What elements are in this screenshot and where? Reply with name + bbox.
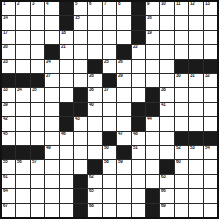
clue-number-36: 36 [89, 88, 93, 92]
cell-2-14[interactable] [204, 31, 217, 44]
cell-12-14[interactable] [204, 175, 217, 188]
clue-number-52: 52 [176, 146, 180, 150]
cell-5-4[interactable] [60, 74, 73, 87]
cell-10-10[interactable] [146, 146, 159, 159]
black-cell-10-0 [2, 146, 15, 159]
cell-11-5[interactable] [74, 160, 87, 173]
black-cell-5-1 [16, 74, 29, 87]
cell-12-6[interactable]: 62 [88, 175, 101, 188]
cell-11-4[interactable] [60, 160, 73, 173]
cell-14-4[interactable] [60, 204, 73, 217]
cell-8-10[interactable]: 44 [146, 117, 159, 130]
cell-3-2[interactable] [31, 45, 44, 58]
black-cell-4-13 [189, 60, 202, 73]
cell-1-2[interactable] [31, 16, 44, 29]
cell-5-14[interactable]: 32 [204, 74, 217, 87]
cell-5-6[interactable]: 28 [88, 74, 101, 87]
clue-number-20: 20 [3, 45, 7, 49]
cell-5-9[interactable] [132, 74, 145, 87]
cell-9-3[interactable] [45, 132, 58, 145]
clue-number-14: 14 [3, 16, 7, 20]
cell-1-10[interactable]: 16 [146, 16, 159, 29]
cell-7-6[interactable]: 40 [88, 103, 101, 116]
cell-11-0[interactable]: 55 [2, 160, 15, 173]
cell-12-2[interactable] [31, 175, 44, 188]
cell-9-8[interactable]: 47 [117, 132, 130, 145]
clue-number-32: 32 [205, 74, 209, 78]
black-cell-9-13 [189, 132, 202, 145]
black-cell-8-9 [132, 117, 145, 130]
cell-13-4[interactable] [60, 189, 73, 202]
cell-2-4[interactable]: 18 [60, 31, 73, 44]
clue-number-53: 53 [190, 146, 194, 150]
cell-1-6[interactable] [88, 16, 101, 29]
cell-0-13[interactable]: 12 [189, 2, 202, 15]
cell-3-13[interactable] [189, 45, 202, 58]
black-cell-9-14 [204, 132, 217, 145]
cell-2-3[interactable] [45, 31, 58, 44]
cell-14-6[interactable]: 68 [88, 204, 101, 217]
cell-14-8[interactable] [117, 204, 130, 217]
clue-number-31: 31 [190, 74, 194, 78]
clue-number-12: 12 [190, 2, 194, 6]
cell-2-10[interactable]: 19 [146, 31, 159, 44]
clue-number-34: 34 [17, 88, 21, 92]
cell-5-5[interactable] [74, 74, 87, 87]
black-cell-10-8 [117, 146, 130, 159]
cell-14-2[interactable] [31, 204, 44, 217]
cell-5-13[interactable]: 31 [189, 74, 202, 87]
cell-6-13[interactable] [189, 88, 202, 101]
cell-11-7[interactable]: 58 [103, 160, 116, 173]
clue-number-22: 22 [133, 45, 137, 49]
cell-9-4[interactable]: 46 [60, 132, 73, 145]
clue-number-9: 9 [147, 2, 149, 6]
cell-8-6[interactable] [88, 117, 101, 130]
cell-13-12[interactable] [175, 189, 188, 202]
cell-9-10[interactable] [146, 132, 159, 145]
black-cell-12-5 [74, 175, 87, 188]
clue-number-6: 6 [89, 2, 91, 6]
cell-8-8[interactable] [117, 117, 130, 130]
cell-8-7[interactable] [103, 117, 116, 130]
clue-number-46: 46 [61, 132, 65, 136]
clue-number-62: 62 [89, 175, 93, 179]
cell-12-8[interactable] [117, 175, 130, 188]
cell-0-10[interactable]: 9 [146, 2, 159, 15]
cell-7-7[interactable] [103, 103, 116, 116]
clue-number-65: 65 [89, 189, 93, 193]
cell-3-7[interactable] [103, 45, 116, 58]
cell-10-5[interactable] [74, 146, 87, 159]
cell-13-1[interactable] [16, 189, 29, 202]
cell-6-0[interactable]: 33 [2, 88, 15, 101]
clue-number-11: 11 [176, 2, 180, 6]
clue-number-35: 35 [32, 88, 36, 92]
clue-number-5: 5 [75, 2, 77, 6]
clue-number-29: 29 [118, 74, 122, 78]
cell-11-3[interactable] [45, 160, 58, 173]
cell-4-4[interactable] [60, 60, 73, 73]
clue-number-61: 61 [3, 175, 7, 179]
cell-8-3[interactable] [45, 117, 58, 130]
cell-4-1[interactable] [16, 60, 29, 73]
black-cell-13-5 [74, 189, 87, 202]
cell-2-5[interactable] [74, 31, 87, 44]
black-cell-7-5 [74, 103, 87, 116]
cell-9-2[interactable] [31, 132, 44, 145]
cell-4-10[interactable] [146, 60, 159, 73]
clue-number-54: 54 [205, 146, 209, 150]
cell-13-2[interactable] [31, 189, 44, 202]
cell-10-3[interactable]: 49 [45, 146, 58, 159]
cell-13-14[interactable] [204, 189, 217, 202]
cell-0-5[interactable]: 5 [74, 2, 87, 15]
cell-12-4[interactable] [60, 175, 73, 188]
cell-5-8[interactable]: 29 [117, 74, 130, 87]
clue-number-55: 55 [3, 160, 7, 164]
cell-12-11[interactable]: 63 [160, 175, 173, 188]
cell-13-13[interactable] [189, 189, 202, 202]
cell-7-13[interactable] [189, 103, 202, 116]
cell-9-9[interactable]: 48 [132, 132, 145, 145]
cell-6-3[interactable] [45, 88, 58, 101]
cell-1-14[interactable] [204, 16, 217, 29]
cell-2-11[interactable] [160, 31, 173, 44]
black-cell-0-4 [60, 2, 73, 15]
black-cell-10-1 [16, 146, 29, 159]
clue-number-43: 43 [75, 117, 79, 121]
cell-9-5[interactable] [74, 132, 87, 145]
cell-1-12[interactable] [175, 16, 188, 29]
clue-number-56: 56 [17, 160, 21, 164]
black-cell-4-12 [175, 60, 188, 73]
cell-1-3[interactable] [45, 16, 58, 29]
clue-number-42: 42 [3, 117, 7, 121]
black-cell-6-10 [146, 88, 159, 101]
cell-11-1[interactable]: 56 [16, 160, 29, 173]
cell-2-1[interactable] [16, 31, 29, 44]
clue-number-47: 47 [118, 132, 122, 136]
cell-2-0[interactable]: 17 [2, 31, 15, 44]
cell-12-0[interactable]: 61 [2, 175, 15, 188]
clue-number-45: 45 [3, 132, 7, 136]
cell-11-14[interactable] [204, 160, 217, 173]
clue-number-21: 21 [61, 45, 65, 49]
cell-12-7[interactable] [103, 175, 116, 188]
cell-1-11[interactable] [160, 16, 173, 29]
cell-14-14[interactable] [204, 204, 217, 217]
cell-4-0[interactable]: 23 [2, 60, 15, 73]
clue-number-66: 66 [161, 189, 165, 193]
cell-13-11[interactable]: 66 [160, 189, 173, 202]
cell-6-1[interactable]: 34 [16, 88, 29, 101]
cell-1-7[interactable] [103, 16, 116, 29]
cell-5-11[interactable] [160, 74, 173, 87]
cell-10-4[interactable] [60, 146, 73, 159]
black-cell-13-10 [146, 189, 159, 202]
cell-3-5[interactable] [74, 45, 87, 58]
cell-6-6[interactable]: 36 [88, 88, 101, 101]
cell-1-5[interactable]: 15 [74, 16, 87, 29]
crossword-puzzle: 1234567891011121314151617181920212223242… [0, 0, 219, 219]
cell-7-11[interactable]: 41 [160, 103, 173, 116]
cell-4-3[interactable]: 24 [45, 60, 58, 73]
cell-0-8[interactable]: 8 [117, 2, 130, 15]
cell-7-3[interactable] [45, 103, 58, 116]
cell-4-8[interactable]: 26 [117, 60, 130, 73]
clue-number-23: 23 [3, 60, 7, 64]
cell-1-8[interactable] [117, 16, 130, 29]
cell-9-1[interactable] [16, 132, 29, 145]
cell-14-11[interactable]: 69 [160, 204, 173, 217]
clue-number-8: 8 [118, 2, 120, 6]
cell-9-6[interactable] [88, 132, 101, 145]
clue-number-38: 38 [161, 88, 165, 92]
clue-number-3: 3 [32, 2, 34, 6]
cell-5-12[interactable]: 30 [175, 74, 188, 87]
clue-number-33: 33 [3, 88, 7, 92]
black-cell-9-7 [103, 132, 116, 145]
black-cell-11-11 [160, 160, 173, 173]
clue-number-63: 63 [161, 175, 165, 179]
cell-9-11[interactable] [160, 132, 173, 145]
cell-1-13[interactable] [189, 16, 202, 29]
clue-number-24: 24 [46, 60, 50, 64]
cell-10-13[interactable]: 53 [189, 146, 202, 159]
cell-9-0[interactable]: 45 [2, 132, 15, 145]
black-cell-10-2 [31, 146, 44, 159]
cell-13-7[interactable] [103, 189, 116, 202]
cell-2-8[interactable] [117, 31, 130, 44]
cell-6-2[interactable]: 35 [31, 88, 44, 101]
cell-7-1[interactable] [16, 103, 29, 116]
cell-0-14[interactable]: 13 [204, 2, 217, 15]
cell-4-11[interactable] [160, 60, 173, 73]
cell-7-2[interactable] [31, 103, 44, 116]
black-cell-7-9 [132, 103, 145, 116]
cell-12-1[interactable] [16, 175, 29, 188]
cell-6-12[interactable] [175, 88, 188, 101]
clue-number-50: 50 [104, 146, 108, 150]
cell-6-4[interactable] [60, 88, 73, 101]
clue-number-41: 41 [161, 103, 165, 107]
cell-12-3[interactable] [45, 175, 58, 188]
cell-14-3[interactable] [45, 204, 58, 217]
cell-12-12[interactable] [175, 175, 188, 188]
cell-2-12[interactable] [175, 31, 188, 44]
clue-number-16: 16 [147, 16, 151, 20]
black-cell-3-3 [45, 45, 58, 58]
cell-2-2[interactable] [31, 31, 44, 44]
cell-7-12[interactable] [175, 103, 188, 116]
cell-2-13[interactable] [189, 31, 202, 44]
cell-3-11[interactable] [160, 45, 173, 58]
clue-number-18: 18 [61, 31, 65, 35]
cell-8-1[interactable] [16, 117, 29, 130]
cell-10-14[interactable]: 54 [204, 146, 217, 159]
cell-10-11[interactable] [160, 146, 173, 159]
cell-3-0[interactable]: 20 [2, 45, 15, 58]
cell-3-12[interactable] [175, 45, 188, 58]
cell-10-6[interactable] [88, 146, 101, 159]
cell-4-9[interactable] [132, 60, 145, 73]
cell-0-7[interactable]: 7 [103, 2, 116, 15]
cell-14-1[interactable] [16, 204, 29, 217]
clue-number-49: 49 [46, 146, 50, 150]
black-cell-7-4 [60, 103, 73, 116]
cell-5-3[interactable]: 27 [45, 74, 58, 87]
cell-11-10[interactable] [146, 160, 159, 173]
cell-12-13[interactable] [189, 175, 202, 188]
cell-8-13[interactable] [189, 117, 202, 130]
cell-4-2[interactable] [31, 60, 44, 73]
cell-1-1[interactable] [16, 16, 29, 29]
clue-number-39: 39 [3, 103, 7, 107]
cell-14-7[interactable] [103, 204, 116, 217]
cell-10-9[interactable]: 51 [132, 146, 145, 159]
cell-14-0[interactable]: 67 [2, 204, 15, 217]
clue-number-17: 17 [3, 31, 7, 35]
cell-3-1[interactable] [16, 45, 29, 58]
clue-number-59: 59 [118, 160, 122, 164]
black-cell-4-14 [204, 60, 217, 73]
clue-number-44: 44 [147, 117, 151, 121]
cell-14-13[interactable] [189, 204, 202, 217]
cell-6-7[interactable]: 37 [103, 88, 116, 101]
cell-10-12[interactable]: 52 [175, 146, 188, 159]
cell-13-0[interactable]: 64 [2, 189, 15, 202]
clue-number-2: 2 [17, 2, 19, 6]
clue-number-48: 48 [133, 132, 137, 136]
cell-3-10[interactable] [146, 45, 159, 58]
cell-13-8[interactable] [117, 189, 130, 202]
cell-0-1[interactable]: 2 [16, 2, 29, 15]
cell-10-7[interactable]: 50 [103, 146, 116, 159]
cell-4-7[interactable]: 25 [103, 60, 116, 73]
cell-0-0[interactable]: 1 [2, 2, 15, 15]
black-cell-3-8 [117, 45, 130, 58]
cell-11-9[interactable] [132, 160, 145, 173]
cell-4-5[interactable] [74, 60, 87, 73]
cell-3-14[interactable] [204, 45, 217, 58]
clue-number-15: 15 [75, 16, 79, 20]
black-cell-0-9 [132, 2, 145, 15]
cell-0-11[interactable]: 10 [160, 2, 173, 15]
cell-0-3[interactable]: 4 [45, 2, 58, 15]
cell-11-8[interactable]: 59 [117, 160, 130, 173]
clue-number-30: 30 [176, 74, 180, 78]
clue-number-26: 26 [118, 60, 122, 64]
cell-8-2[interactable] [31, 117, 44, 130]
clue-number-1: 1 [3, 2, 5, 6]
cell-0-6[interactable]: 6 [88, 2, 101, 15]
clue-number-37: 37 [104, 88, 108, 92]
cell-7-0[interactable]: 39 [2, 103, 15, 116]
black-cell-14-5 [74, 204, 87, 217]
clue-number-27: 27 [46, 74, 50, 78]
clue-number-28: 28 [89, 74, 93, 78]
clue-number-57: 57 [32, 160, 36, 164]
cell-8-14[interactable] [204, 117, 217, 130]
cell-14-9[interactable] [132, 204, 145, 217]
cell-11-12[interactable]: 60 [175, 160, 188, 173]
clue-number-25: 25 [104, 60, 108, 64]
cell-6-8[interactable] [117, 88, 130, 101]
black-cell-14-10 [146, 204, 159, 217]
clue-number-4: 4 [46, 2, 48, 6]
black-cell-6-5 [74, 88, 87, 101]
clue-number-19: 19 [147, 31, 151, 35]
clue-number-67: 67 [3, 204, 7, 208]
clue-number-7: 7 [104, 2, 106, 6]
clue-number-69: 69 [161, 204, 165, 208]
cell-3-4[interactable]: 21 [60, 45, 73, 58]
clue-number-40: 40 [89, 103, 93, 107]
black-cell-7-10 [146, 103, 159, 116]
cell-11-2[interactable]: 57 [31, 160, 44, 173]
cell-8-5[interactable]: 43 [74, 117, 87, 130]
cell-6-11[interactable]: 38 [160, 88, 173, 101]
black-cell-5-0 [2, 74, 15, 87]
cell-12-9[interactable] [132, 175, 145, 188]
cell-13-6[interactable]: 65 [88, 189, 101, 202]
black-cell-4-6 [88, 60, 101, 73]
clue-number-51: 51 [133, 146, 137, 150]
crossword-grid: 1234567891011121314151617181920212223242… [0, 0, 219, 219]
cell-12-10[interactable] [146, 175, 159, 188]
black-cell-8-4 [60, 117, 73, 130]
black-cell-1-4 [60, 16, 73, 29]
cell-6-14[interactable] [204, 88, 217, 101]
cell-8-12[interactable] [175, 117, 188, 130]
clue-number-64: 64 [3, 189, 7, 193]
cell-0-12[interactable]: 11 [175, 2, 188, 15]
cell-8-0[interactable]: 42 [2, 117, 15, 130]
cell-8-11[interactable] [160, 117, 173, 130]
cell-3-9[interactable]: 22 [132, 45, 145, 58]
cell-2-7[interactable] [103, 31, 116, 44]
black-cell-9-12 [175, 132, 188, 145]
cell-11-13[interactable] [189, 160, 202, 173]
black-cell-2-9 [132, 31, 145, 44]
cell-3-6[interactable] [88, 45, 101, 58]
clue-number-10: 10 [161, 2, 165, 6]
cell-5-10[interactable] [146, 74, 159, 87]
black-cell-1-9 [132, 16, 145, 29]
clue-number-68: 68 [89, 204, 93, 208]
cell-0-2[interactable]: 3 [31, 2, 44, 15]
cell-2-6[interactable] [88, 31, 101, 44]
black-cell-11-6 [88, 160, 101, 173]
cell-13-9[interactable] [132, 189, 145, 202]
cell-7-14[interactable] [204, 103, 217, 116]
cell-13-3[interactable] [45, 189, 58, 202]
cell-6-9[interactable] [132, 88, 145, 101]
clue-number-13: 13 [205, 2, 209, 6]
cell-14-12[interactable] [175, 204, 188, 217]
cell-7-8[interactable] [117, 103, 130, 116]
clue-number-60: 60 [176, 160, 180, 164]
clue-number-58: 58 [104, 160, 108, 164]
cell-1-0[interactable]: 14 [2, 16, 15, 29]
black-cell-5-7 [103, 74, 116, 87]
black-cell-5-2 [31, 74, 44, 87]
